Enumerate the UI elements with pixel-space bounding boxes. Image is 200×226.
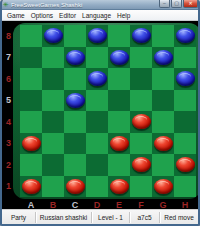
row-labels: 8 7 6 5 4 3 2 1 [2,25,15,197]
square-f6[interactable] [130,68,152,90]
red-piece[interactable] [154,179,173,194]
blue-piece[interactable] [132,28,151,43]
row-label-7: 7 [2,47,15,69]
square-d7[interactable] [86,47,108,69]
square-g5[interactable] [152,90,174,112]
status-game-type: Russian shashki [36,212,92,223]
square-g4[interactable] [152,111,174,133]
square-f4[interactable] [130,111,152,133]
square-d8[interactable] [86,25,108,47]
square-f2[interactable] [130,154,152,176]
square-b7[interactable] [42,47,64,69]
row-label-4: 4 [2,111,15,133]
minimize-button[interactable]: – [159,0,170,8]
red-piece[interactable] [66,179,85,194]
square-e5[interactable] [108,90,130,112]
red-piece[interactable] [22,136,41,151]
square-e1[interactable] [108,176,130,198]
square-g3[interactable] [152,133,174,155]
status-party: Party [2,212,36,223]
square-e8[interactable] [108,25,130,47]
square-g2[interactable] [152,154,174,176]
red-piece[interactable] [176,157,195,172]
square-d1[interactable] [86,176,108,198]
square-h3[interactable] [174,133,196,155]
blue-piece[interactable] [66,93,85,108]
row-label-1: 1 [2,176,15,198]
square-b1[interactable] [42,176,64,198]
red-piece[interactable] [132,157,151,172]
window-title: FreeSweetGames Shashki [11,2,158,8]
square-g6[interactable] [152,68,174,90]
square-c2[interactable] [64,154,86,176]
square-a2[interactable] [20,154,42,176]
square-d4[interactable] [86,111,108,133]
square-h7[interactable] [174,47,196,69]
red-piece[interactable] [132,114,151,129]
square-c3[interactable] [64,133,86,155]
status-bar: Party Russian shashki Level - 1 a7c5 Red… [2,209,198,224]
square-c8[interactable] [64,25,86,47]
blue-piece[interactable] [154,50,173,65]
square-d2[interactable] [86,154,108,176]
square-b8[interactable] [42,25,64,47]
square-b2[interactable] [42,154,64,176]
row-label-8: 8 [2,25,15,47]
app-window: ✳ FreeSweetGames Shashki – ▢ ✕ Game Opti… [0,0,200,226]
menu-editor[interactable]: Editor [56,11,79,20]
square-a3[interactable] [20,133,42,155]
square-a8[interactable] [20,25,42,47]
square-e4[interactable] [108,111,130,133]
square-a6[interactable] [20,68,42,90]
square-e3[interactable] [108,133,130,155]
maximize-button[interactable]: ▢ [171,0,182,8]
blue-piece[interactable] [110,50,129,65]
square-g1[interactable] [152,176,174,198]
status-level: Level - 1 [92,212,130,223]
square-a7[interactable] [20,47,42,69]
caption-buttons: – ▢ ✕ [158,0,198,8]
blue-piece[interactable] [176,71,195,86]
square-h1[interactable] [174,176,196,198]
menu-language[interactable]: Language [79,11,114,20]
checkers-board [20,25,196,197]
status-turn: Red move [160,212,198,223]
red-piece[interactable] [22,179,41,194]
menu-options[interactable]: Options [28,11,56,20]
square-h4[interactable] [174,111,196,133]
square-b5[interactable] [42,90,64,112]
square-h5[interactable] [174,90,196,112]
square-c4[interactable] [64,111,86,133]
square-f8[interactable] [130,25,152,47]
blue-piece[interactable] [88,28,107,43]
square-f1[interactable] [130,176,152,198]
square-f3[interactable] [130,133,152,155]
square-c7[interactable] [64,47,86,69]
blue-piece[interactable] [88,71,107,86]
row-label-2: 2 [2,154,15,176]
square-g7[interactable] [152,47,174,69]
square-d5[interactable] [86,90,108,112]
red-piece[interactable] [110,179,129,194]
square-h6[interactable] [174,68,196,90]
red-piece[interactable] [154,136,173,151]
square-c1[interactable] [64,176,86,198]
app-icon: ✳ [3,1,9,8]
square-b3[interactable] [42,133,64,155]
square-e6[interactable] [108,68,130,90]
red-piece[interactable] [110,136,129,151]
square-f5[interactable] [130,90,152,112]
square-b4[interactable] [42,111,64,133]
blue-piece[interactable] [44,28,63,43]
row-label-5: 5 [2,90,15,112]
menu-bar: Game Options Editor Language Help [2,10,198,21]
square-h2[interactable] [174,154,196,176]
square-a4[interactable] [20,111,42,133]
square-e2[interactable] [108,154,130,176]
square-a1[interactable] [20,176,42,198]
square-d3[interactable] [86,133,108,155]
menu-help[interactable]: Help [114,11,133,20]
title-bar[interactable]: ✳ FreeSweetGames Shashki – ▢ ✕ [0,0,200,10]
board-area: 8 7 6 5 4 3 2 1 A B C D E F G H [2,22,198,211]
blue-piece[interactable] [176,28,195,43]
square-c5[interactable] [64,90,86,112]
square-e7[interactable] [108,47,130,69]
row-label-6: 6 [2,68,15,90]
square-b6[interactable] [42,68,64,90]
square-f7[interactable] [130,47,152,69]
square-d6[interactable] [86,68,108,90]
close-button[interactable]: ✕ [183,0,198,8]
menu-game[interactable]: Game [4,11,28,20]
square-g8[interactable] [152,25,174,47]
status-last-move: a7c5 [130,212,160,223]
blue-piece[interactable] [66,50,85,65]
square-a5[interactable] [20,90,42,112]
row-label-3: 3 [2,133,15,155]
square-c6[interactable] [64,68,86,90]
square-h8[interactable] [174,25,196,47]
